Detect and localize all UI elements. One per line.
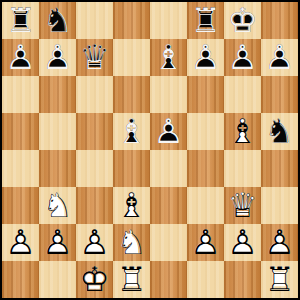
square-c3[interactable] [76,187,113,224]
square-f1[interactable] [187,261,224,298]
piece-outline: ♙ [224,39,261,76]
square-h5[interactable]: ♞♘ [261,113,298,150]
piece-outline: ♕ [224,187,261,224]
square-d5[interactable]: ♝♗ [113,113,150,150]
square-e3[interactable] [150,187,187,224]
square-b3[interactable]: ♞♘ [39,187,76,224]
piece-outline: ♖ [113,261,150,298]
square-a4[interactable] [2,150,39,187]
white-pawn-icon[interactable]: ♟♙ [39,224,76,261]
black-bishop-icon[interactable]: ♝♗ [150,39,187,76]
piece-outline: ♘ [113,224,150,261]
piece-outline: ♖ [187,2,224,39]
square-a7[interactable]: ♟♙ [2,39,39,76]
black-pawn-icon[interactable]: ♟♙ [187,39,224,76]
square-e6[interactable] [150,76,187,113]
square-a5[interactable] [2,113,39,150]
piece-outline: ♘ [39,187,76,224]
piece-outline: ♙ [39,224,76,261]
square-g6[interactable] [224,76,261,113]
piece-outline: ♙ [2,39,39,76]
square-d6[interactable] [113,76,150,113]
piece-outline: ♖ [261,261,298,298]
square-b8[interactable]: ♞♘ [39,2,76,39]
piece-outline: ♗ [113,187,150,224]
square-c7[interactable]: ♛♕ [76,39,113,76]
black-rook-icon[interactable]: ♜♖ [187,2,224,39]
white-rook-icon[interactable]: ♜♖ [113,261,150,298]
square-c1[interactable]: ♚♔ [76,261,113,298]
black-pawn-icon[interactable]: ♟♙ [224,39,261,76]
square-d2[interactable]: ♞♘ [113,224,150,261]
square-b5[interactable] [39,113,76,150]
piece-outline: ♙ [150,113,187,150]
black-pawn-icon[interactable]: ♟♙ [261,39,298,76]
square-h7[interactable]: ♟♙ [261,39,298,76]
square-a3[interactable] [2,187,39,224]
square-b7[interactable]: ♟♙ [39,39,76,76]
square-h4[interactable] [261,150,298,187]
square-c6[interactable] [76,76,113,113]
square-a1[interactable] [2,261,39,298]
square-d1[interactable]: ♜♖ [113,261,150,298]
square-e8[interactable] [150,2,187,39]
white-pawn-icon[interactable]: ♟♙ [224,224,261,261]
square-c8[interactable] [76,2,113,39]
square-c4[interactable] [76,150,113,187]
piece-outline: ♗ [113,113,150,150]
square-g2[interactable]: ♟♙ [224,224,261,261]
piece-outline: ♙ [76,224,113,261]
square-a8[interactable]: ♜♖ [2,2,39,39]
piece-outline: ♘ [261,113,298,150]
black-pawn-icon[interactable]: ♟♙ [150,113,187,150]
piece-outline: ♙ [261,224,298,261]
square-g8[interactable]: ♚♔ [224,2,261,39]
square-e2[interactable] [150,224,187,261]
piece-outline: ♙ [39,39,76,76]
white-knight-icon[interactable]: ♞♘ [113,224,150,261]
square-h8[interactable] [261,2,298,39]
white-pawn-icon[interactable]: ♟♙ [261,224,298,261]
black-knight-icon[interactable]: ♞♘ [39,2,76,39]
square-d3[interactable]: ♝♗ [113,187,150,224]
white-pawn-icon[interactable]: ♟♙ [2,224,39,261]
square-c2[interactable]: ♟♙ [76,224,113,261]
square-d4[interactable] [113,150,150,187]
square-g5[interactable]: ♝♗ [224,113,261,150]
square-b1[interactable] [39,261,76,298]
square-h1[interactable]: ♜♖ [261,261,298,298]
white-knight-icon[interactable]: ♞♘ [39,187,76,224]
square-e5[interactable]: ♟♙ [150,113,187,150]
square-d7[interactable] [113,39,150,76]
square-g1[interactable] [224,261,261,298]
white-bishop-icon[interactable]: ♝♗ [224,113,261,150]
piece-outline: ♔ [76,261,113,298]
piece-outline: ♗ [150,39,187,76]
white-king-icon[interactable]: ♚♔ [76,261,113,298]
square-f6[interactable] [187,76,224,113]
piece-outline: ♙ [261,39,298,76]
square-f8[interactable]: ♜♖ [187,2,224,39]
piece-outline: ♙ [224,224,261,261]
piece-outline: ♗ [224,113,261,150]
black-knight-icon[interactable]: ♞♘ [261,113,298,150]
chess-board: ♜♖♞♘♜♖♚♔♟♙♟♙♛♕♝♗♟♙♟♙♟♙♝♗♟♙♝♗♞♘♞♘♝♗♛♕♟♙♟♙… [0,0,300,300]
square-b2[interactable]: ♟♙ [39,224,76,261]
white-pawn-icon[interactable]: ♟♙ [187,224,224,261]
piece-outline: ♙ [2,224,39,261]
square-c5[interactable] [76,113,113,150]
square-b4[interactable] [39,150,76,187]
square-g3[interactable]: ♛♕ [224,187,261,224]
square-f5[interactable] [187,113,224,150]
black-king-icon[interactable]: ♚♔ [224,2,261,39]
square-h2[interactable]: ♟♙ [261,224,298,261]
black-rook-icon[interactable]: ♜♖ [2,2,39,39]
square-e1[interactable] [150,261,187,298]
black-pawn-icon[interactable]: ♟♙ [39,39,76,76]
square-e4[interactable] [150,150,187,187]
square-b6[interactable] [39,76,76,113]
square-e7[interactable]: ♝♗ [150,39,187,76]
black-bishop-icon[interactable]: ♝♗ [113,113,150,150]
white-queen-icon[interactable]: ♛♕ [224,187,261,224]
square-a2[interactable]: ♟♙ [2,224,39,261]
square-g4[interactable] [224,150,261,187]
piece-outline: ♔ [224,2,261,39]
square-f4[interactable] [187,150,224,187]
white-pawn-icon[interactable]: ♟♙ [76,224,113,261]
piece-outline: ♖ [2,2,39,39]
square-f2[interactable]: ♟♙ [187,224,224,261]
square-f7[interactable]: ♟♙ [187,39,224,76]
piece-outline: ♕ [76,39,113,76]
piece-outline: ♘ [39,2,76,39]
piece-outline: ♙ [187,224,224,261]
square-f3[interactable] [187,187,224,224]
square-a6[interactable] [2,76,39,113]
black-queen-icon[interactable]: ♛♕ [76,39,113,76]
square-d8[interactable] [113,2,150,39]
white-bishop-icon[interactable]: ♝♗ [113,187,150,224]
square-g7[interactable]: ♟♙ [224,39,261,76]
square-h3[interactable] [261,187,298,224]
piece-outline: ♙ [187,39,224,76]
square-h6[interactable] [261,76,298,113]
white-rook-icon[interactable]: ♜♖ [261,261,298,298]
black-pawn-icon[interactable]: ♟♙ [2,39,39,76]
